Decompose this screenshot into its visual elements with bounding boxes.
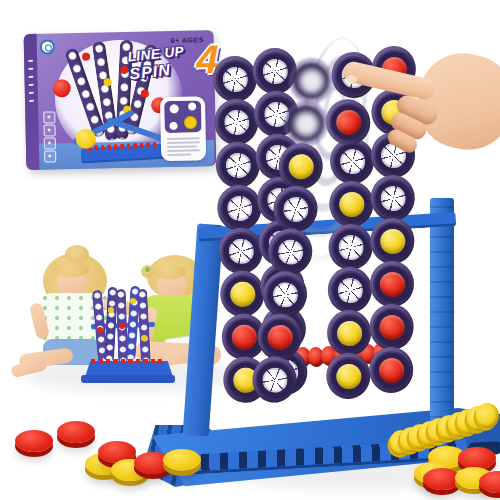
box-feature-icon (44, 150, 56, 162)
slot-c1-r1 (212, 55, 258, 103)
mini-disc (108, 307, 114, 313)
box-inset-photo (164, 100, 202, 133)
yellow-disc (380, 228, 405, 253)
red-disc (379, 271, 404, 296)
box-side-brand-strip (24, 34, 40, 170)
yellow-disc (336, 363, 361, 388)
slot-c3-r7 (255, 311, 304, 362)
empty-slot (338, 234, 363, 259)
red-disc (379, 314, 404, 339)
slot-c3-r6 (260, 269, 309, 320)
pointing-hand (340, 48, 500, 160)
slot-ring (225, 276, 260, 311)
slot-ring (374, 310, 408, 344)
loose-red-disc (458, 447, 496, 469)
yellow-disc (287, 152, 315, 180)
slot-c3-r3 (276, 141, 325, 192)
product-photo: 6+ AGES LINE UP SPIN 4 (0, 0, 500, 500)
slot-ring (287, 105, 325, 143)
empty-slot (222, 66, 248, 92)
spinning-disc (297, 67, 325, 95)
slot-c3-r5 (266, 226, 315, 277)
empty-slot (337, 277, 362, 302)
slot-ring (332, 316, 367, 351)
slot-c1-r5 (218, 227, 264, 275)
mini-disc (141, 335, 147, 341)
spinning-disc (292, 110, 320, 138)
box-feature-icon (43, 124, 55, 136)
slot-c4-r4 (329, 181, 374, 228)
yellow-disc (339, 191, 364, 216)
slot-ring (266, 275, 304, 313)
slot-c4-r8 (326, 353, 371, 400)
slot-ring (282, 147, 320, 185)
slot-c4-r5 (328, 224, 373, 271)
retail-box: 6+ AGES LINE UP SPIN 4 (24, 30, 217, 170)
slot-ring (333, 230, 368, 265)
mini-connect4-game (75, 265, 185, 385)
slot-c5-r5 (370, 218, 414, 264)
slot-ring (223, 233, 258, 268)
left-girl-hair-bun (65, 245, 89, 263)
slot-ring (375, 224, 409, 258)
empty-slot (380, 185, 405, 210)
box-title: LINE UP SPIN 4 (127, 41, 216, 102)
loose-yellow-disc (163, 449, 201, 471)
slot-ring (261, 318, 299, 356)
mini-base-red-teeth (91, 359, 163, 364)
box-inset-card (160, 96, 206, 161)
mini-disc (97, 327, 103, 333)
slot-c1-r2 (214, 98, 260, 146)
slot-c3-r4 (271, 183, 320, 234)
slot-c3-r2 (281, 98, 330, 149)
brand-logo-icon (40, 39, 55, 54)
empty-slot (271, 280, 299, 308)
mini-spin-column (137, 289, 151, 363)
slot-c3-r8 (250, 354, 299, 405)
slot-c5-r4 (370, 175, 414, 221)
left-girl-lower-leg (10, 358, 48, 378)
yellow-disc (336, 320, 361, 345)
mini-base-lip (81, 375, 175, 383)
slot-c1-r4 (217, 184, 263, 232)
empty-slot (223, 109, 249, 135)
mini-disc (130, 298, 136, 304)
red-disc (266, 323, 294, 351)
empty-slot (225, 152, 251, 178)
yellow-disc (229, 281, 255, 307)
stand-right-post (430, 198, 454, 433)
slot-c3-r1 (287, 55, 336, 106)
slot-ring (271, 233, 309, 271)
slot-ring (222, 190, 257, 225)
empty-slot (276, 238, 304, 266)
slot-ring (376, 181, 410, 215)
red-disc (231, 324, 257, 350)
loose-red-disc (479, 471, 500, 493)
slot-ring (375, 267, 409, 301)
slot-ring (333, 273, 368, 308)
slot-c5-r7 (369, 304, 413, 350)
box-feature-icon (43, 111, 55, 123)
slot-ring (277, 190, 315, 228)
loose-red-disc (57, 421, 95, 443)
empty-slot (228, 238, 254, 264)
box-feature-icon (44, 137, 56, 149)
empty-slot (261, 366, 289, 394)
slot-c5-r6 (370, 261, 414, 307)
slot-ring (374, 353, 408, 387)
mini-disc (119, 323, 125, 329)
slot-ring (256, 361, 294, 399)
slot-ring (257, 53, 292, 88)
slot-c4-r6 (327, 267, 372, 314)
slot-ring (334, 187, 369, 222)
red-disc (379, 357, 404, 382)
slot-ring (331, 359, 366, 394)
empty-slot (282, 195, 310, 223)
slot-ring (220, 147, 255, 182)
slot-ring (219, 104, 254, 139)
slot-c1-r6 (220, 270, 266, 318)
slot-c5-r8 (369, 347, 413, 393)
slot-ring (292, 62, 330, 100)
slot-c1-r3 (215, 141, 261, 189)
slot-ring (217, 61, 252, 96)
loose-red-disc (15, 430, 53, 452)
empty-slot (226, 195, 252, 221)
slot-c4-r7 (327, 310, 372, 357)
empty-slot (262, 58, 288, 84)
